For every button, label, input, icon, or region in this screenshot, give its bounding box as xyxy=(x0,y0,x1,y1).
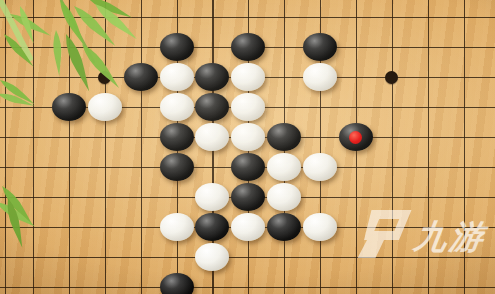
board-cell[interactable] xyxy=(51,152,87,182)
stone-black xyxy=(160,33,194,61)
star-point xyxy=(98,71,111,84)
board-cell[interactable] xyxy=(51,272,87,294)
stone-black xyxy=(160,153,194,181)
board-cell[interactable] xyxy=(266,272,302,294)
stone-white xyxy=(231,63,265,91)
stone-white xyxy=(303,153,337,181)
board-cell[interactable] xyxy=(230,242,266,272)
board-cell[interactable] xyxy=(446,32,482,62)
stone-black xyxy=(160,273,194,294)
stone-white xyxy=(231,123,265,151)
board-cell[interactable] xyxy=(87,62,123,92)
board-cell[interactable] xyxy=(123,62,159,92)
board-cell[interactable] xyxy=(87,2,123,32)
board-cell[interactable] xyxy=(123,32,159,62)
board-cell[interactable] xyxy=(123,272,159,294)
stone-white xyxy=(303,63,337,91)
watermark-text: 九游 xyxy=(412,220,489,253)
stone-black xyxy=(303,33,337,61)
board-cell[interactable] xyxy=(159,62,195,92)
board-cell[interactable] xyxy=(446,152,482,182)
board-cell[interactable] xyxy=(123,182,159,212)
board-cell[interactable] xyxy=(194,212,230,242)
board-cell[interactable] xyxy=(230,92,266,122)
board-cell[interactable] xyxy=(159,242,195,272)
stone-white xyxy=(267,183,301,211)
board-cell[interactable] xyxy=(266,32,302,62)
board-cell[interactable] xyxy=(159,32,195,62)
stone-white xyxy=(160,63,194,91)
board-cell[interactable] xyxy=(230,152,266,182)
stone-white xyxy=(195,183,229,211)
board-cell[interactable] xyxy=(194,122,230,152)
board-cell[interactable] xyxy=(194,272,230,294)
board-cell[interactable] xyxy=(15,122,51,152)
board-cell[interactable] xyxy=(338,92,374,122)
board-cell[interactable] xyxy=(230,2,266,32)
stone-white xyxy=(195,243,229,271)
board-cell[interactable] xyxy=(51,92,87,122)
stone-black xyxy=(267,213,301,241)
board-cell[interactable] xyxy=(123,212,159,242)
board-cell[interactable] xyxy=(374,182,410,212)
stone-white xyxy=(195,123,229,151)
board-cell[interactable] xyxy=(230,122,266,152)
board-cell[interactable] xyxy=(266,242,302,272)
board-cell[interactable] xyxy=(230,182,266,212)
board-cell[interactable] xyxy=(446,122,482,152)
stone-black xyxy=(195,63,229,91)
board-cell[interactable] xyxy=(302,272,338,294)
board-cell[interactable] xyxy=(123,2,159,32)
board-cell[interactable] xyxy=(87,122,123,152)
board-cell[interactable] xyxy=(194,152,230,182)
stone-white xyxy=(303,213,337,241)
board-cell[interactable] xyxy=(15,62,51,92)
board-cell[interactable] xyxy=(123,92,159,122)
board-cell[interactable] xyxy=(410,92,446,122)
board-cell[interactable] xyxy=(51,242,87,272)
stone-white xyxy=(267,153,301,181)
board-cell[interactable] xyxy=(194,242,230,272)
stone-white xyxy=(88,93,122,121)
board-cell[interactable] xyxy=(15,152,51,182)
board-cell[interactable] xyxy=(446,62,482,92)
board-cell[interactable] xyxy=(15,212,51,242)
board-cell[interactable] xyxy=(230,62,266,92)
board-cell[interactable] xyxy=(338,152,374,182)
board-cell[interactable] xyxy=(51,32,87,62)
stone-black xyxy=(160,123,194,151)
board-cell[interactable] xyxy=(87,212,123,242)
star-point xyxy=(385,71,398,84)
board-cell[interactable] xyxy=(123,122,159,152)
board-cell[interactable] xyxy=(159,122,195,152)
board-cell[interactable] xyxy=(194,62,230,92)
board-cell[interactable] xyxy=(266,62,302,92)
gomoku-screenshot: 九游 xyxy=(0,0,495,294)
stone-white xyxy=(160,213,194,241)
board-cell[interactable] xyxy=(338,122,374,152)
stone-black xyxy=(231,153,265,181)
stone-black xyxy=(124,63,158,91)
board-cell[interactable] xyxy=(51,62,87,92)
board-cell[interactable] xyxy=(410,62,446,92)
board-cell[interactable] xyxy=(123,242,159,272)
board-cell[interactable] xyxy=(123,152,159,182)
board-cell[interactable] xyxy=(15,182,51,212)
board-cell[interactable] xyxy=(410,182,446,212)
board-cell[interactable] xyxy=(338,2,374,32)
board-cell[interactable] xyxy=(446,2,482,32)
stone-black xyxy=(52,93,86,121)
board-cell[interactable] xyxy=(15,2,51,32)
board-cell[interactable] xyxy=(410,2,446,32)
board-cell[interactable] xyxy=(266,92,302,122)
stone-white xyxy=(231,213,265,241)
board-cell[interactable] xyxy=(230,212,266,242)
board-cell[interactable] xyxy=(338,62,374,92)
board-cell[interactable] xyxy=(374,62,410,92)
stone-black xyxy=(267,123,301,151)
board-cell[interactable] xyxy=(302,182,338,212)
board-cell[interactable] xyxy=(159,182,195,212)
board-cell[interactable] xyxy=(230,32,266,62)
board-cell[interactable] xyxy=(87,272,123,294)
board-cell[interactable] xyxy=(266,152,302,182)
board-cell[interactable] xyxy=(302,122,338,152)
board-cell[interactable] xyxy=(51,122,87,152)
board-cell[interactable] xyxy=(194,92,230,122)
board-cell[interactable] xyxy=(374,122,410,152)
board-cell[interactable] xyxy=(410,272,446,294)
stone-black xyxy=(195,93,229,121)
stone-white xyxy=(160,93,194,121)
board-cell[interactable] xyxy=(159,212,195,242)
board-cell[interactable] xyxy=(15,32,51,62)
board-cell[interactable] xyxy=(374,92,410,122)
board-cell[interactable] xyxy=(410,122,446,152)
board-cell[interactable] xyxy=(15,242,51,272)
board-cell[interactable] xyxy=(159,2,195,32)
board-cell[interactable] xyxy=(159,92,195,122)
board-cell[interactable] xyxy=(266,212,302,242)
board-cell[interactable] xyxy=(302,2,338,32)
board-cell[interactable] xyxy=(374,2,410,32)
board-cell[interactable] xyxy=(374,32,410,62)
board-cell[interactable] xyxy=(266,182,302,212)
stone-black xyxy=(231,183,265,211)
board-cell[interactable] xyxy=(410,152,446,182)
board-cell[interactable] xyxy=(302,32,338,62)
board-cell[interactable] xyxy=(51,212,87,242)
board-cell[interactable] xyxy=(51,182,87,212)
board-cell[interactable] xyxy=(302,212,338,242)
board-cell[interactable] xyxy=(446,272,482,294)
board-cell[interactable] xyxy=(374,272,410,294)
board-cell[interactable] xyxy=(230,272,266,294)
board-cell[interactable] xyxy=(338,272,374,294)
board-cell[interactable] xyxy=(302,92,338,122)
board-cell[interactable] xyxy=(87,32,123,62)
board-cell[interactable] xyxy=(51,2,87,32)
board-cell[interactable] xyxy=(410,32,446,62)
board-cell[interactable] xyxy=(374,152,410,182)
board-cell[interactable] xyxy=(15,92,51,122)
board-cell[interactable] xyxy=(15,272,51,294)
board-cell[interactable] xyxy=(302,152,338,182)
stone-black xyxy=(195,213,229,241)
board-cell[interactable] xyxy=(87,152,123,182)
board-cell[interactable] xyxy=(87,242,123,272)
board-cell[interactable] xyxy=(446,182,482,212)
last-move-marker xyxy=(349,131,362,144)
board-cell[interactable] xyxy=(159,272,195,294)
jiuyou-logo-icon xyxy=(354,210,415,262)
board-cell[interactable] xyxy=(87,92,123,122)
board-cell[interactable] xyxy=(87,182,123,212)
board-cell[interactable] xyxy=(338,182,374,212)
board-cell[interactable] xyxy=(194,32,230,62)
board-cell[interactable] xyxy=(302,62,338,92)
board-cell[interactable] xyxy=(266,2,302,32)
board-cell[interactable] xyxy=(194,182,230,212)
board-cell[interactable] xyxy=(446,92,482,122)
stone-black xyxy=(339,123,373,151)
board-cell[interactable] xyxy=(159,152,195,182)
board-cell[interactable] xyxy=(302,242,338,272)
board-cell[interactable] xyxy=(266,122,302,152)
stone-white xyxy=(231,93,265,121)
board-cell[interactable] xyxy=(194,2,230,32)
stone-black xyxy=(231,33,265,61)
watermark: 九游 xyxy=(360,210,486,262)
board-cell[interactable] xyxy=(338,32,374,62)
